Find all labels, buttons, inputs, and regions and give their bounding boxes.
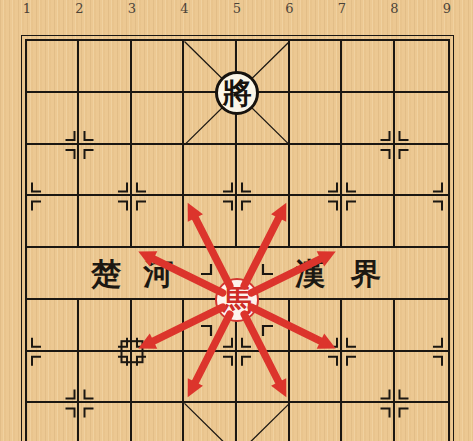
knight-move-arrow-shaft <box>151 258 223 293</box>
knight-move-arrow-shaft <box>194 215 230 285</box>
knight-move-arrow-shaft <box>251 307 323 342</box>
xiangqi-app-screen: 123456789 楚河漢界 將馬 <box>0 0 473 441</box>
knight-move-arrow-shaft <box>251 258 323 293</box>
move-arrows-layer <box>0 0 473 441</box>
knight-move-arrow-shaft <box>194 314 230 384</box>
knight-move-arrow-shaft <box>244 314 280 384</box>
selected-piece-brackets <box>201 264 273 336</box>
knight-move-arrow-shaft <box>151 307 223 342</box>
knight-move-arrow-shaft <box>244 215 280 285</box>
